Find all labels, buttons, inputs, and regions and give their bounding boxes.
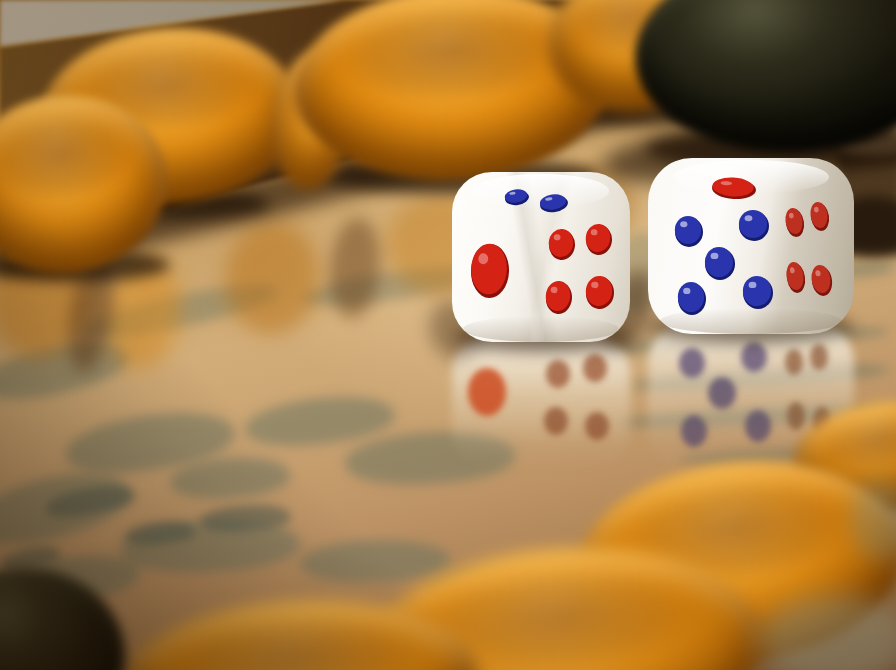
die-pip: [739, 210, 767, 238]
die-pip-highlight: [749, 282, 757, 288]
backgammon-board-photo: [0, 0, 896, 670]
dice-pips: [0, 0, 896, 670]
die-pip-highlight: [680, 221, 687, 227]
die-pip: [705, 247, 733, 277]
die-pip-highlight: [745, 215, 753, 221]
die-pip-highlight: [711, 253, 719, 259]
die-pip-highlight: [683, 288, 690, 294]
die-pip: [678, 282, 704, 312]
die-pip: [743, 276, 771, 306]
die-pip: [675, 216, 701, 244]
